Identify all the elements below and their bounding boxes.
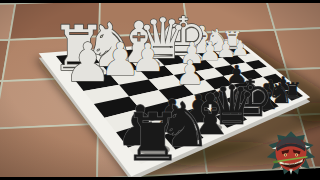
letterbox-bottom [0,177,320,180]
devil-mascot-logo-icon [265,126,317,178]
letterbox-top [0,0,320,3]
piece-black-rook-a8[interactable]: ♜ [124,99,182,175]
piece-white-pawn-a2[interactable]: ♟ [64,31,112,94]
game-viewport: ♜♟♞♟♟♜♝♟♟♞♚♟♟♝♛♟♟♚♝♟♟♛♞♟♟♝♜♟♟♞♟♜ [0,0,320,180]
